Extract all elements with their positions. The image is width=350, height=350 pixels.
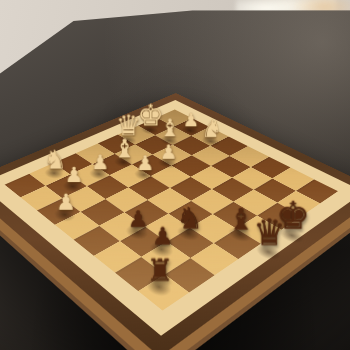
white-pawn-glyph: ♟ <box>118 154 173 174</box>
black-rook: ♜ <box>136 264 193 304</box>
white-pawn-glyph: ♟ <box>46 165 103 186</box>
black-queen-glyph: ♛ <box>237 214 302 251</box>
white-knight-glyph: ♞ <box>186 117 237 141</box>
white-pawn-glyph: ♟ <box>36 192 96 214</box>
white-pawn: ♟ <box>45 198 94 228</box>
white-pawn: ♟ <box>126 161 171 186</box>
black-pawn-glyph: ♟ <box>130 225 195 249</box>
white-knight: ♞ <box>194 129 236 150</box>
black-rook-glyph: ♜ <box>125 255 195 286</box>
photo-scene: ♚♟♛♝♞♝♟♞♟♟♟♟♟♞♝♚♟♛♜ <box>0 0 350 350</box>
